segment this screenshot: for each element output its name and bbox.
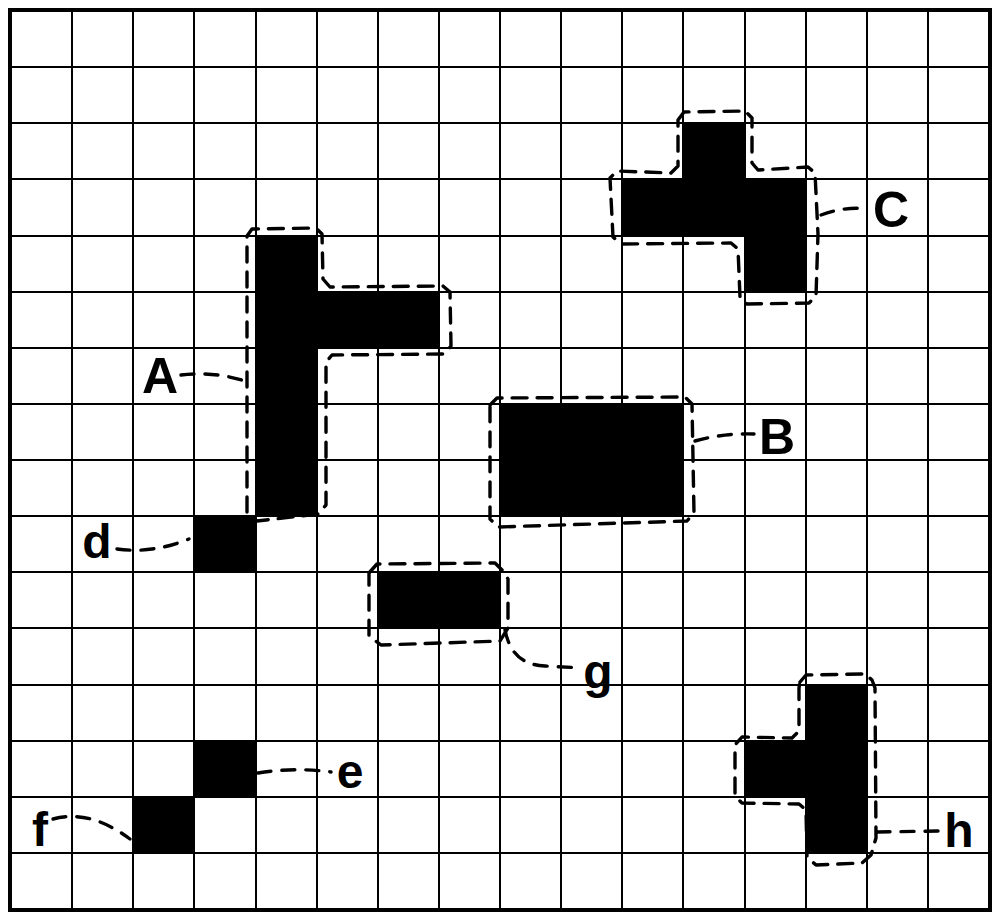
cell-empty (561, 348, 622, 404)
cell-empty (622, 853, 683, 909)
cell-empty (500, 123, 561, 179)
region-label-C: C (873, 185, 909, 235)
cell-empty (745, 11, 806, 67)
cell-filled-A-4-4 (256, 236, 317, 292)
cell-empty (194, 179, 255, 235)
cell-empty (928, 685, 989, 741)
cell-empty (194, 628, 255, 684)
cell-empty (867, 797, 928, 853)
cell-filled-h-13-14 (806, 797, 867, 853)
cell-empty (11, 11, 72, 67)
cell-filled-f-2-14 (133, 797, 194, 853)
cell-empty (745, 348, 806, 404)
cell-empty (928, 179, 989, 235)
cell-empty (378, 460, 439, 516)
cell-empty (561, 11, 622, 67)
cell-empty (317, 348, 378, 404)
cell-empty (317, 516, 378, 572)
cell-empty (500, 797, 561, 853)
cell-empty (133, 67, 194, 123)
cell-empty (439, 853, 500, 909)
cell-empty (561, 179, 622, 235)
cell-empty (11, 685, 72, 741)
cell-empty (500, 236, 561, 292)
cell-empty (745, 516, 806, 572)
cell-empty (256, 179, 317, 235)
cell-empty (317, 123, 378, 179)
cell-empty (11, 236, 72, 292)
cell-empty (439, 516, 500, 572)
cell-filled-C-10-3 (622, 179, 683, 235)
cell-empty (439, 404, 500, 460)
cell-empty (194, 67, 255, 123)
cell-empty (745, 123, 806, 179)
cell-empty (928, 67, 989, 123)
cell-empty (194, 236, 255, 292)
cell-empty (72, 123, 133, 179)
cell-empty (72, 572, 133, 628)
cell-empty (867, 236, 928, 292)
cell-empty (378, 741, 439, 797)
cell-empty (378, 797, 439, 853)
cell-filled-e-3-13 (194, 741, 255, 797)
cell-empty (194, 797, 255, 853)
cell-empty (806, 11, 867, 67)
cell-empty (928, 628, 989, 684)
cell-empty (867, 741, 928, 797)
cell-empty (867, 292, 928, 348)
cell-empty (194, 572, 255, 628)
cell-empty (622, 572, 683, 628)
cell-empty (11, 348, 72, 404)
cell-empty (317, 628, 378, 684)
cell-empty (683, 572, 744, 628)
cell-empty (439, 236, 500, 292)
cell-empty (622, 741, 683, 797)
cell-empty (72, 348, 133, 404)
cell-empty (806, 572, 867, 628)
cell-empty (561, 741, 622, 797)
cell-empty (500, 179, 561, 235)
cell-filled-g-6-10 (378, 572, 439, 628)
cell-empty (439, 348, 500, 404)
cell-empty (439, 179, 500, 235)
cell-empty (928, 853, 989, 909)
cell-empty (561, 123, 622, 179)
cell-empty (439, 123, 500, 179)
cell-empty (561, 236, 622, 292)
cell-empty (561, 67, 622, 123)
cell-empty (378, 685, 439, 741)
cell-empty (72, 67, 133, 123)
cell-empty (256, 797, 317, 853)
cell-empty (11, 460, 72, 516)
cell-empty (194, 292, 255, 348)
cell-empty (867, 685, 928, 741)
cell-empty (867, 516, 928, 572)
cell-empty (439, 11, 500, 67)
cell-empty (683, 236, 744, 292)
cell-empty (378, 348, 439, 404)
region-label-f: f (32, 806, 48, 854)
cell-empty (11, 67, 72, 123)
cell-empty (928, 404, 989, 460)
cell-empty (378, 67, 439, 123)
cell-filled-B-8-7 (500, 404, 561, 460)
cell-empty (867, 67, 928, 123)
cell-empty (72, 797, 133, 853)
cell-empty (72, 853, 133, 909)
cell-empty (11, 572, 72, 628)
cell-empty (256, 572, 317, 628)
cell-empty (317, 67, 378, 123)
cell-empty (133, 404, 194, 460)
cell-empty (133, 853, 194, 909)
cell-empty (72, 179, 133, 235)
cell-empty (683, 460, 744, 516)
cell-filled-B-9-7 (561, 404, 622, 460)
cell-empty (256, 67, 317, 123)
region-label-g: g (583, 648, 612, 696)
cell-empty (133, 123, 194, 179)
cell-empty (683, 348, 744, 404)
cell-empty (683, 516, 744, 572)
cell-empty (439, 628, 500, 684)
cell-empty (928, 460, 989, 516)
cell-empty (928, 516, 989, 572)
cell-empty (11, 516, 72, 572)
cell-empty (745, 797, 806, 853)
cell-empty (745, 460, 806, 516)
region-label-d: d (82, 518, 111, 566)
cell-empty (500, 67, 561, 123)
cell-empty (806, 123, 867, 179)
cell-empty (867, 348, 928, 404)
cell-empty (622, 685, 683, 741)
cell-filled-g-7-10 (439, 572, 500, 628)
cell-filled-h-13-12 (806, 685, 867, 741)
cell-empty (500, 11, 561, 67)
cell-filled-h-13-13 (806, 741, 867, 797)
cell-empty (378, 236, 439, 292)
cell-empty (11, 741, 72, 797)
cell-empty (561, 853, 622, 909)
board-grid (8, 8, 992, 912)
region-label-h: h (944, 807, 973, 855)
cell-empty (500, 685, 561, 741)
cell-empty (317, 685, 378, 741)
cell-empty (806, 236, 867, 292)
cell-empty (806, 628, 867, 684)
cell-empty (500, 292, 561, 348)
cell-empty (561, 516, 622, 572)
cell-empty (683, 67, 744, 123)
cell-empty (928, 348, 989, 404)
cell-empty (806, 460, 867, 516)
cell-empty (11, 404, 72, 460)
cell-empty (561, 797, 622, 853)
cell-empty (683, 11, 744, 67)
cell-empty (72, 628, 133, 684)
cell-empty (928, 572, 989, 628)
cell-empty (133, 741, 194, 797)
cell-empty (256, 516, 317, 572)
cell-empty (133, 516, 194, 572)
cell-empty (683, 685, 744, 741)
cell-empty (439, 797, 500, 853)
cell-empty (622, 797, 683, 853)
cell-empty (72, 685, 133, 741)
cell-empty (439, 741, 500, 797)
cell-empty (133, 572, 194, 628)
region-label-e: e (337, 748, 364, 796)
cell-empty (133, 460, 194, 516)
cell-empty (72, 236, 133, 292)
cell-empty (867, 11, 928, 67)
cell-empty (133, 179, 194, 235)
cell-empty (194, 685, 255, 741)
cell-empty (256, 741, 317, 797)
cell-empty (317, 179, 378, 235)
cell-filled-A-4-7 (256, 404, 317, 460)
cell-empty (378, 853, 439, 909)
cell-empty (72, 741, 133, 797)
cell-empty (72, 292, 133, 348)
cell-empty (622, 348, 683, 404)
cell-empty (194, 348, 255, 404)
cell-empty (11, 628, 72, 684)
cell-filled-A-4-8 (256, 460, 317, 516)
cell-empty (317, 11, 378, 67)
cell-filled-A-4-6 (256, 348, 317, 404)
cell-filled-B-10-8 (622, 460, 683, 516)
cell-empty (806, 516, 867, 572)
cell-filled-B-9-8 (561, 460, 622, 516)
cell-empty (806, 348, 867, 404)
cell-empty (928, 11, 989, 67)
cell-empty (806, 292, 867, 348)
cell-empty (867, 628, 928, 684)
cell-empty (500, 628, 561, 684)
cell-empty (622, 628, 683, 684)
cell-empty (194, 11, 255, 67)
cell-empty (500, 853, 561, 909)
cell-empty (133, 685, 194, 741)
cell-empty (683, 292, 744, 348)
cell-empty (378, 179, 439, 235)
cell-empty (194, 853, 255, 909)
cell-filled-A-5-5 (317, 292, 378, 348)
cell-empty (745, 67, 806, 123)
cell-empty (439, 685, 500, 741)
cell-empty (378, 11, 439, 67)
cell-empty (256, 853, 317, 909)
cell-empty (867, 853, 928, 909)
cell-empty (622, 516, 683, 572)
cell-empty (11, 292, 72, 348)
cell-empty (867, 572, 928, 628)
cell-empty (745, 292, 806, 348)
cell-empty (928, 123, 989, 179)
cell-empty (500, 348, 561, 404)
cell-filled-C-11-3 (683, 179, 744, 235)
cell-empty (133, 628, 194, 684)
cell-empty (11, 179, 72, 235)
cell-empty (622, 292, 683, 348)
cell-empty (622, 67, 683, 123)
cell-filled-A-4-5 (256, 292, 317, 348)
cell-empty (256, 123, 317, 179)
cell-filled-B-10-7 (622, 404, 683, 460)
cell-filled-C-11-2 (683, 123, 744, 179)
cell-empty (439, 292, 500, 348)
cell-filled-d-3-9 (194, 516, 255, 572)
cell-empty (317, 404, 378, 460)
cell-empty (133, 236, 194, 292)
cell-empty (500, 516, 561, 572)
figure: A B C d e f g h (0, 0, 1000, 920)
cell-empty (867, 404, 928, 460)
cell-empty (194, 123, 255, 179)
cell-empty (256, 628, 317, 684)
cell-empty (317, 460, 378, 516)
cell-empty (500, 572, 561, 628)
cell-empty (317, 236, 378, 292)
cell-empty (928, 236, 989, 292)
cell-empty (806, 179, 867, 235)
cell-empty (256, 685, 317, 741)
cell-empty (11, 123, 72, 179)
cell-empty (745, 572, 806, 628)
region-label-A: A (142, 351, 178, 401)
cell-empty (683, 404, 744, 460)
cell-empty (317, 572, 378, 628)
cell-filled-A-6-5 (378, 292, 439, 348)
cell-empty (439, 67, 500, 123)
cell-empty (683, 853, 744, 909)
cell-filled-C-12-3 (745, 179, 806, 235)
cell-empty (683, 741, 744, 797)
cell-empty (439, 460, 500, 516)
cell-empty (806, 853, 867, 909)
cell-empty (622, 123, 683, 179)
cell-empty (133, 292, 194, 348)
cell-empty (806, 404, 867, 460)
cell-empty (378, 516, 439, 572)
region-label-B: B (759, 412, 795, 462)
cell-empty (72, 404, 133, 460)
cell-empty (317, 853, 378, 909)
cell-empty (867, 123, 928, 179)
cell-empty (683, 628, 744, 684)
cell-empty (561, 292, 622, 348)
cell-empty (622, 11, 683, 67)
cell-empty (500, 741, 561, 797)
cell-empty (928, 292, 989, 348)
cell-filled-h-12-13 (745, 741, 806, 797)
cell-empty (72, 11, 133, 67)
cell-empty (256, 11, 317, 67)
cell-filled-B-8-8 (500, 460, 561, 516)
cell-empty (806, 67, 867, 123)
cell-empty (133, 11, 194, 67)
cell-empty (378, 404, 439, 460)
cell-empty (745, 853, 806, 909)
cell-empty (378, 628, 439, 684)
cell-empty (928, 741, 989, 797)
cell-empty (683, 797, 744, 853)
cell-empty (194, 460, 255, 516)
cell-empty (561, 572, 622, 628)
cell-filled-C-12-4 (745, 236, 806, 292)
cell-empty (317, 797, 378, 853)
cell-empty (72, 460, 133, 516)
cell-empty (745, 628, 806, 684)
cell-empty (867, 460, 928, 516)
cell-empty (194, 404, 255, 460)
cell-empty (378, 123, 439, 179)
cell-empty (11, 853, 72, 909)
cell-empty (745, 685, 806, 741)
cell-empty (622, 236, 683, 292)
